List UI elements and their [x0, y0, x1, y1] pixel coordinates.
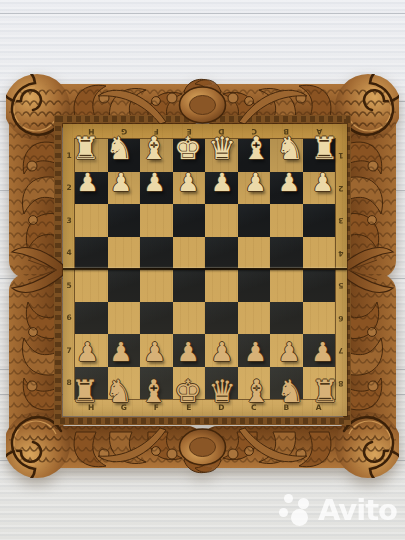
- piece-far-N[interactable]: ♞: [104, 132, 137, 165]
- piece-far-K[interactable]: ♚: [172, 132, 205, 165]
- square[interactable]: [75, 269, 108, 302]
- piece-near-B[interactable]: ♝: [240, 375, 273, 408]
- square[interactable]: [173, 302, 206, 335]
- photo-scene: HGFEDCBA HGFEDCBA 12345678 12345678 ♜♞♝♚…: [0, 0, 405, 540]
- piece-far-P[interactable]: ♟: [71, 167, 104, 200]
- piece-far-P[interactable]: ♟: [239, 167, 272, 200]
- piece-near-P[interactable]: ♟: [206, 336, 239, 369]
- piece-near-N[interactable]: ♞: [103, 375, 136, 408]
- square[interactable]: ♞: [270, 367, 303, 400]
- square[interactable]: [140, 237, 173, 270]
- square[interactable]: [303, 302, 336, 335]
- piece-near-Q[interactable]: ♛: [206, 375, 239, 408]
- square[interactable]: [270, 269, 303, 302]
- square[interactable]: ♟: [270, 334, 303, 367]
- square[interactable]: [75, 302, 108, 335]
- square[interactable]: ♝: [238, 367, 271, 400]
- rank-label: 6: [335, 302, 347, 335]
- square[interactable]: ♝: [140, 367, 173, 400]
- piece-far-Q[interactable]: ♛: [206, 132, 239, 165]
- piece-near-P[interactable]: ♟: [273, 336, 306, 369]
- avito-logo-icon: [279, 493, 313, 527]
- square[interactable]: [140, 269, 173, 302]
- piece-far-P[interactable]: ♟: [105, 167, 138, 200]
- square[interactable]: [205, 302, 238, 335]
- square[interactable]: [270, 204, 303, 237]
- piece-near-P[interactable]: ♟: [172, 336, 205, 369]
- square[interactable]: [205, 269, 238, 302]
- rank-label: 5: [335, 269, 347, 302]
- square[interactable]: ♜: [303, 367, 336, 400]
- square[interactable]: [205, 237, 238, 270]
- square[interactable]: [303, 237, 336, 270]
- square[interactable]: [108, 302, 141, 335]
- square[interactable]: ♟: [140, 172, 173, 205]
- square[interactable]: [140, 302, 173, 335]
- square[interactable]: [173, 237, 206, 270]
- piece-near-N[interactable]: ♞: [275, 375, 308, 408]
- piece-far-R[interactable]: ♜: [69, 132, 102, 165]
- piece-far-B[interactable]: ♝: [138, 132, 171, 165]
- square[interactable]: ♟: [75, 334, 108, 367]
- square[interactable]: ♟: [238, 172, 271, 205]
- square[interactable]: [75, 204, 108, 237]
- piece-far-R[interactable]: ♜: [308, 132, 341, 165]
- piece-far-P[interactable]: ♟: [138, 167, 171, 200]
- piece-far-P[interactable]: ♟: [306, 167, 339, 200]
- watermark-text: Avito: [318, 496, 397, 525]
- square[interactable]: [108, 237, 141, 270]
- piece-far-B[interactable]: ♝: [240, 132, 273, 165]
- rank-label: 4: [335, 237, 347, 270]
- piece-near-R[interactable]: ♜: [69, 375, 102, 408]
- piece-near-P[interactable]: ♟: [105, 336, 138, 369]
- square[interactable]: [238, 302, 271, 335]
- piece-near-B[interactable]: ♝: [137, 375, 170, 408]
- piece-near-P[interactable]: ♟: [239, 336, 272, 369]
- square[interactable]: ♟: [238, 334, 271, 367]
- square[interactable]: ♟: [303, 334, 336, 367]
- square[interactable]: ♚: [173, 367, 206, 400]
- square[interactable]: [270, 302, 303, 335]
- board-hinge-seam: [63, 268, 347, 270]
- square[interactable]: [303, 269, 336, 302]
- square[interactable]: ♟: [140, 334, 173, 367]
- chess-board[interactable]: HGFEDCBA HGFEDCBA 12345678 12345678 ♜♞♝♚…: [63, 124, 347, 416]
- square[interactable]: [108, 269, 141, 302]
- rank-label: 4: [63, 237, 75, 270]
- square[interactable]: [108, 204, 141, 237]
- square[interactable]: [205, 204, 238, 237]
- square[interactable]: ♟: [205, 172, 238, 205]
- plank-seam: [0, 13, 405, 14]
- square[interactable]: [173, 269, 206, 302]
- square[interactable]: ♟: [270, 172, 303, 205]
- piece-near-P[interactable]: ♟: [138, 336, 171, 369]
- square[interactable]: ♟: [173, 172, 206, 205]
- piece-near-P[interactable]: ♟: [306, 336, 339, 369]
- rank-label: 3: [63, 204, 75, 237]
- square[interactable]: [238, 237, 271, 270]
- square[interactable]: ♟: [75, 172, 108, 205]
- square[interactable]: ♛: [205, 367, 238, 400]
- piece-far-P[interactable]: ♟: [172, 167, 205, 200]
- square[interactable]: [303, 204, 336, 237]
- piece-far-P[interactable]: ♟: [273, 167, 306, 200]
- piece-near-P[interactable]: ♟: [71, 336, 104, 369]
- square[interactable]: [238, 204, 271, 237]
- square[interactable]: ♟: [173, 334, 206, 367]
- piece-near-R[interactable]: ♜: [309, 375, 342, 408]
- square[interactable]: [238, 269, 271, 302]
- square[interactable]: ♞: [108, 367, 141, 400]
- square[interactable]: ♟: [303, 172, 336, 205]
- square[interactable]: ♟: [108, 172, 141, 205]
- square[interactable]: [270, 237, 303, 270]
- square[interactable]: [173, 204, 206, 237]
- rank-label: 3: [335, 204, 347, 237]
- square[interactable]: [75, 237, 108, 270]
- piece-near-K[interactable]: ♚: [172, 375, 205, 408]
- piece-far-P[interactable]: ♟: [206, 167, 239, 200]
- piece-far-N[interactable]: ♞: [274, 132, 307, 165]
- square[interactable]: ♟: [108, 334, 141, 367]
- square[interactable]: [140, 204, 173, 237]
- watermark-avito: Avito: [279, 493, 397, 527]
- square[interactable]: ♟: [205, 334, 238, 367]
- rank-label: 5: [63, 269, 75, 302]
- rank-label: 6: [63, 302, 75, 335]
